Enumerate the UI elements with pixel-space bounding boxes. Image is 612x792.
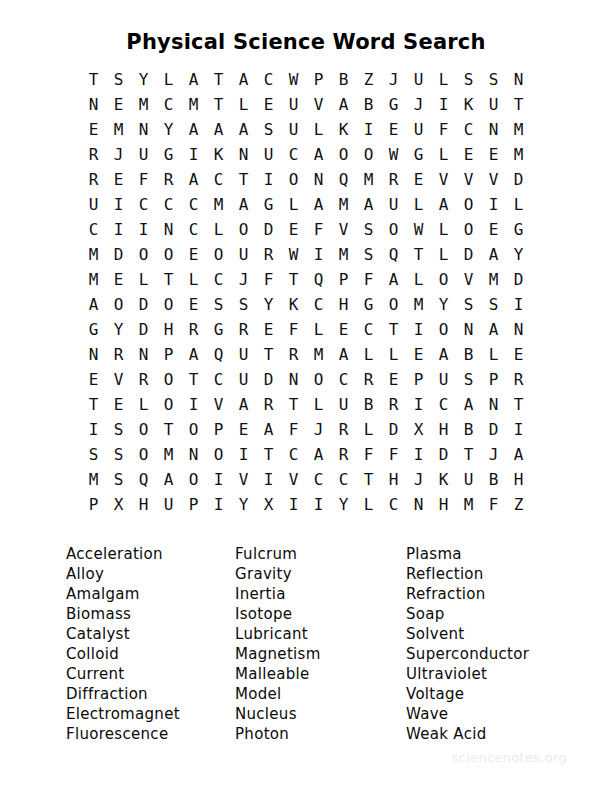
grid-cell: J	[406, 92, 431, 117]
grid-cell: O	[381, 217, 406, 242]
word-list-item: Reflection	[406, 564, 529, 584]
grid-cell: A	[306, 442, 331, 467]
grid-cell: L	[481, 342, 506, 367]
grid-cell: E	[406, 342, 431, 367]
grid-cell: Q	[306, 267, 331, 292]
grid-cell: O	[156, 242, 181, 267]
grid-cell: R	[156, 167, 181, 192]
grid-cell: S	[256, 117, 281, 142]
grid-cell: U	[381, 192, 406, 217]
grid-cell: C	[206, 267, 231, 292]
word-list-item: Alloy	[66, 564, 180, 584]
grid-cell: E	[331, 317, 356, 342]
grid-cell: M	[131, 92, 156, 117]
grid-cell: O	[131, 442, 156, 467]
grid-cell: E	[481, 142, 506, 167]
grid-cell: A	[381, 267, 406, 292]
grid-cell: O	[331, 142, 356, 167]
grid-cell: L	[406, 192, 431, 217]
grid-cell: R	[231, 317, 256, 342]
grid-cell: S	[356, 242, 381, 267]
grid-cell: I	[406, 317, 431, 342]
grid-cell: E	[456, 142, 481, 167]
grid-cell: E	[106, 267, 131, 292]
grid-cell: N	[181, 442, 206, 467]
grid-cell: U	[406, 67, 431, 92]
grid-cell: L	[356, 417, 381, 442]
grid-cell: O	[306, 367, 331, 392]
grid-cell: U	[481, 92, 506, 117]
word-list-item: Amalgam	[66, 584, 180, 604]
grid-cell: J	[231, 267, 256, 292]
grid-cell: W	[281, 67, 306, 92]
grid-cell: M	[206, 192, 231, 217]
grid-cell: I	[281, 492, 306, 517]
grid-cell: T	[81, 67, 106, 92]
grid-cell: P	[81, 492, 106, 517]
grid-cell: I	[131, 217, 156, 242]
grid-cell: D	[256, 367, 281, 392]
word-list-item: Magnetism	[235, 644, 321, 664]
grid-cell: F	[131, 167, 156, 192]
grid-cell: R	[356, 367, 381, 392]
grid-cell: V	[331, 217, 356, 242]
grid-cell: H	[431, 492, 456, 517]
grid-cell: D	[506, 167, 531, 192]
grid-cell: I	[431, 92, 456, 117]
grid-cell: S	[356, 217, 381, 242]
grid-cell: P	[306, 67, 331, 92]
grid-cell: O	[431, 317, 456, 342]
grid-cell: L	[381, 342, 406, 367]
word-list-item: Ultraviolet	[406, 664, 529, 684]
grid-cell: O	[281, 167, 306, 192]
grid-cell: N	[306, 167, 331, 192]
grid-cell: U	[406, 117, 431, 142]
word-list-item: Superconductor	[406, 644, 529, 664]
grid-cell: I	[356, 117, 381, 142]
grid-cell: L	[131, 392, 156, 417]
grid-cell: S	[106, 467, 131, 492]
grid-cell: O	[456, 192, 481, 217]
grid-cell: E	[256, 317, 281, 342]
grid-cell: A	[306, 192, 331, 217]
watermark: sciencenotes.org	[452, 750, 567, 765]
grid-cell: L	[306, 117, 331, 142]
word-list-item: Refraction	[406, 584, 529, 604]
grid-cell: C	[156, 92, 181, 117]
grid-cell: U	[431, 367, 456, 392]
grid-cell: M	[81, 467, 106, 492]
word-list-item: Inertia	[235, 584, 321, 604]
grid-cell: C	[256, 67, 281, 92]
grid-cell: W	[381, 142, 406, 167]
grid-cell: E	[106, 167, 131, 192]
grid-cell: U	[131, 142, 156, 167]
grid-cell: N	[81, 342, 106, 367]
grid-cell: I	[206, 492, 231, 517]
grid-cell: P	[181, 492, 206, 517]
grid-cell: E	[81, 367, 106, 392]
grid-cell: O	[156, 292, 181, 317]
grid-cell: J	[406, 467, 431, 492]
grid-cell: F	[281, 317, 306, 342]
grid-cell: T	[156, 267, 181, 292]
grid-cell: A	[156, 467, 181, 492]
grid-cell: T	[181, 367, 206, 392]
grid-cell: U	[281, 92, 306, 117]
grid-cell: A	[81, 292, 106, 317]
word-list-item: Electromagnet	[66, 704, 180, 724]
grid-cell: R	[81, 142, 106, 167]
grid-cell: D	[256, 217, 281, 242]
grid-cell: A	[506, 442, 531, 467]
grid-cell: A	[481, 242, 506, 267]
grid-cell: Z	[356, 67, 381, 92]
grid-cell: Y	[431, 292, 456, 317]
grid-cell: L	[406, 267, 431, 292]
grid-cell: A	[206, 117, 231, 142]
grid-cell: C	[181, 217, 206, 242]
grid-cell: I	[406, 442, 431, 467]
grid-cell: M	[106, 117, 131, 142]
grid-cell: Y	[131, 67, 156, 92]
grid-cell: M	[456, 492, 481, 517]
grid-cell: U	[256, 142, 281, 167]
grid-cell: U	[231, 242, 256, 267]
grid-cell: G	[256, 192, 281, 217]
grid-cell: C	[181, 192, 206, 217]
grid-cell: F	[381, 442, 406, 467]
grid-cell: L	[281, 192, 306, 217]
grid-cell: U	[81, 192, 106, 217]
grid-cell: E	[481, 217, 506, 242]
grid-cell: C	[306, 467, 331, 492]
grid-cell: L	[231, 92, 256, 117]
grid-cell: T	[456, 442, 481, 467]
grid-cell: M	[356, 167, 381, 192]
grid-cell: O	[206, 242, 231, 267]
grid-cell: B	[456, 417, 481, 442]
grid-cell: C	[206, 167, 231, 192]
grid-cell: Y	[231, 492, 256, 517]
grid-cell: I	[106, 217, 131, 242]
grid-cell: L	[431, 242, 456, 267]
grid-cell: M	[506, 117, 531, 142]
grid-cell: R	[331, 417, 356, 442]
grid-cell: R	[81, 167, 106, 192]
grid-cell: E	[181, 292, 206, 317]
grid-cell: T	[356, 467, 381, 492]
grid-cell: A	[356, 192, 381, 217]
grid-cell: P	[156, 342, 181, 367]
grid-cell: G	[406, 142, 431, 167]
grid-cell: I	[181, 142, 206, 167]
grid-cell: U	[231, 342, 256, 367]
word-list-item: Lubricant	[235, 624, 321, 644]
grid-cell: S	[106, 442, 131, 467]
grid-cell: X	[256, 492, 281, 517]
grid-cell: C	[131, 192, 156, 217]
grid-cell: Q	[131, 467, 156, 492]
page-title: Physical Science Word Search	[0, 30, 612, 54]
grid-cell: V	[456, 167, 481, 192]
grid-cell: A	[181, 117, 206, 142]
grid-cell: A	[231, 392, 256, 417]
grid-cell: E	[106, 92, 131, 117]
grid-cell: O	[356, 142, 381, 167]
grid-cell: R	[256, 242, 281, 267]
grid-cell: P	[331, 267, 356, 292]
grid-cell: H	[431, 417, 456, 442]
grid-cell: K	[431, 467, 456, 492]
grid-cell: L	[131, 267, 156, 292]
grid-cell: L	[156, 67, 181, 92]
grid-cell: M	[406, 292, 431, 317]
grid-cell: G	[206, 317, 231, 342]
grid-cell: I	[406, 392, 431, 417]
grid-cell: M	[181, 92, 206, 117]
word-list-item: Model	[235, 684, 321, 704]
grid-cell: G	[381, 92, 406, 117]
grid-cell: Y	[156, 117, 181, 142]
grid-cell: C	[156, 192, 181, 217]
grid-cell: C	[456, 117, 481, 142]
grid-cell: H	[506, 467, 531, 492]
grid-cell: K	[281, 292, 306, 317]
word-list-item: Catalyst	[66, 624, 180, 644]
grid-cell: Y	[106, 317, 131, 342]
grid-cell: O	[231, 217, 256, 242]
grid-cell: O	[381, 292, 406, 317]
grid-cell: I	[106, 192, 131, 217]
grid-cell: L	[356, 492, 381, 517]
grid-cell: T	[406, 242, 431, 267]
grid-cell: L	[206, 217, 231, 242]
grid-cell: T	[281, 267, 306, 292]
grid-cell: V	[306, 92, 331, 117]
grid-cell: S	[206, 292, 231, 317]
grid-cell: U	[456, 467, 481, 492]
grid-cell: M	[506, 142, 531, 167]
grid-cell: S	[106, 417, 131, 442]
grid-cell: I	[306, 242, 331, 267]
grid-cell: K	[456, 92, 481, 117]
grid-cell: W	[281, 242, 306, 267]
grid-cell: G	[506, 217, 531, 242]
grid-cell: R	[256, 392, 281, 417]
grid-cell: V	[281, 467, 306, 492]
word-list-column-3: PlasmaReflectionRefractionSoapSolventSup…	[406, 544, 529, 744]
grid-cell: G	[356, 292, 381, 317]
grid-cell: N	[231, 142, 256, 167]
grid-cell: S	[481, 67, 506, 92]
word-list-item: Photon	[235, 724, 321, 744]
grid-cell: U	[231, 367, 256, 392]
grid-cell: V	[456, 267, 481, 292]
grid-cell: J	[481, 442, 506, 467]
grid-cell: O	[156, 392, 181, 417]
grid-cell: N	[481, 392, 506, 417]
grid-cell: C	[281, 442, 306, 467]
grid-cell: Q	[331, 167, 356, 192]
grid-cell: K	[206, 142, 231, 167]
grid-cell: A	[181, 67, 206, 92]
grid-cell: O	[131, 417, 156, 442]
word-list-item: Acceleration	[66, 544, 180, 564]
grid-cell: R	[381, 167, 406, 192]
grid-cell: R	[506, 367, 531, 392]
grid-cell: N	[281, 367, 306, 392]
grid-cell: E	[381, 117, 406, 142]
grid-cell: I	[506, 417, 531, 442]
grid-cell: A	[306, 142, 331, 167]
word-list-item: Soap	[406, 604, 529, 624]
grid-cell: F	[481, 492, 506, 517]
grid-cell: N	[481, 117, 506, 142]
grid-cell: O	[456, 217, 481, 242]
grid-cell: S	[456, 292, 481, 317]
grid-cell: V	[106, 367, 131, 392]
grid-cell: A	[481, 317, 506, 342]
grid-cell: D	[506, 267, 531, 292]
grid-cell: T	[506, 392, 531, 417]
grid-cell: A	[331, 92, 356, 117]
grid-cell: T	[256, 342, 281, 367]
grid-cell: A	[256, 417, 281, 442]
grid-cell: H	[131, 492, 156, 517]
grid-cell: N	[506, 317, 531, 342]
grid-cell: C	[381, 492, 406, 517]
grid-cell: V	[231, 467, 256, 492]
grid-cell: M	[331, 192, 356, 217]
grid-cell: O	[106, 292, 131, 317]
grid-cell: G	[81, 317, 106, 342]
grid-cell: B	[481, 467, 506, 492]
grid-cell: B	[356, 92, 381, 117]
grid-cell: F	[306, 217, 331, 242]
grid-cell: R	[281, 342, 306, 367]
grid-cell: L	[431, 67, 456, 92]
grid-cell: O	[181, 467, 206, 492]
grid-cell: E	[406, 167, 431, 192]
grid-cell: R	[331, 442, 356, 467]
word-list: AccelerationAlloyAmalgamBiomassCatalystC…	[0, 544, 612, 744]
grid-cell: O	[131, 242, 156, 267]
grid-cell: E	[256, 92, 281, 117]
grid-cell: D	[431, 442, 456, 467]
grid-cell: N	[406, 492, 431, 517]
grid-cell: A	[231, 67, 256, 92]
grid-cell: H	[156, 317, 181, 342]
word-list-column-1: AccelerationAlloyAmalgamBiomassCatalystC…	[66, 544, 180, 744]
grid-cell: M	[306, 342, 331, 367]
grid-cell: E	[231, 417, 256, 442]
grid-cell: I	[81, 417, 106, 442]
grid-cell: P	[406, 367, 431, 392]
grid-cell: A	[431, 342, 456, 367]
grid-cell: T	[281, 392, 306, 417]
word-list-item: Colloid	[66, 644, 180, 664]
grid-cell: O	[156, 367, 181, 392]
grid-cell: C	[81, 217, 106, 242]
word-list-item: Solvent	[406, 624, 529, 644]
grid-cell: I	[256, 167, 281, 192]
grid-cell: N	[81, 92, 106, 117]
grid-cell: L	[506, 192, 531, 217]
grid-cell: F	[431, 117, 456, 142]
grid-cell: N	[156, 217, 181, 242]
grid-cell: L	[306, 317, 331, 342]
grid-cell: Y	[256, 292, 281, 317]
grid-cell: P	[206, 417, 231, 442]
grid-cell: L	[431, 217, 456, 242]
grid-cell: N	[131, 342, 156, 367]
grid-cell: I	[506, 292, 531, 317]
grid-cell: V	[481, 167, 506, 192]
grid-cell: M	[331, 242, 356, 267]
word-list-item: Fluorescence	[66, 724, 180, 744]
grid-cell: D	[381, 417, 406, 442]
grid-cell: I	[181, 392, 206, 417]
grid-cell: T	[156, 417, 181, 442]
grid-cell: H	[331, 292, 356, 317]
grid-cell: J	[106, 142, 131, 167]
grid-cell: A	[231, 117, 256, 142]
grid-cell: U	[156, 492, 181, 517]
grid-cell: D	[131, 292, 156, 317]
grid-cell: E	[181, 242, 206, 267]
grid-cell: F	[356, 267, 381, 292]
grid-cell: L	[356, 342, 381, 367]
grid-cell: M	[81, 242, 106, 267]
word-list-item: Current	[66, 664, 180, 684]
grid-cell: S	[456, 367, 481, 392]
word-list-column-2: FulcrumGravityInertiaIsotopeLubricantMag…	[235, 544, 321, 744]
grid-cell: D	[456, 242, 481, 267]
grid-cell: Q	[206, 342, 231, 367]
grid-cell: I	[206, 467, 231, 492]
grid-cell: B	[356, 392, 381, 417]
grid-cell: S	[456, 67, 481, 92]
grid-cell: T	[506, 92, 531, 117]
grid-cell: S	[231, 292, 256, 317]
grid-cell: I	[231, 442, 256, 467]
grid-cell: A	[331, 342, 356, 367]
word-list-item: Gravity	[235, 564, 321, 584]
grid-cell: R	[181, 317, 206, 342]
grid-cell: C	[331, 367, 356, 392]
grid-cell: M	[481, 267, 506, 292]
grid-cell: U	[331, 392, 356, 417]
grid-cell: T	[206, 67, 231, 92]
grid-cell: R	[131, 367, 156, 392]
grid-cell: Y	[331, 492, 356, 517]
grid-cell: L	[431, 142, 456, 167]
grid-cell: E	[106, 392, 131, 417]
grid-cell: U	[281, 117, 306, 142]
grid-cell: T	[206, 92, 231, 117]
grid-cell: C	[356, 317, 381, 342]
grid-cell: V	[431, 167, 456, 192]
grid-cell: I	[481, 192, 506, 217]
grid-cell: G	[156, 142, 181, 167]
word-list-item: Malleable	[235, 664, 321, 684]
word-list-item: Diffraction	[66, 684, 180, 704]
grid-cell: I	[306, 492, 331, 517]
grid-cell: W	[406, 217, 431, 242]
grid-cell: M	[81, 267, 106, 292]
